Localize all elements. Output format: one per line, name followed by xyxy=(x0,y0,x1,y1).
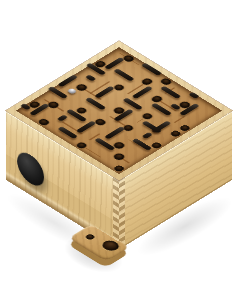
maze-wall xyxy=(160,86,181,99)
maze-wall xyxy=(104,126,125,139)
maze-wall xyxy=(104,57,125,70)
printed-path-line xyxy=(174,116,186,123)
maze-wall xyxy=(141,132,153,139)
maze-wall xyxy=(85,74,97,81)
tilt-knob-left[interactable] xyxy=(17,147,44,192)
maze-wall xyxy=(94,138,115,151)
maze-wall xyxy=(123,97,144,110)
ball-hole xyxy=(169,130,182,138)
exit-hole-small xyxy=(84,234,95,241)
maze-wall xyxy=(94,86,115,99)
product-photo-background xyxy=(0,0,247,296)
ball-hole xyxy=(112,164,125,172)
ball-hole xyxy=(37,118,50,126)
maze-wall xyxy=(113,68,134,81)
maze-wall xyxy=(85,97,106,110)
maze-wall xyxy=(57,115,69,122)
maze-wall xyxy=(141,63,162,76)
maze-wall xyxy=(57,74,78,87)
maze-wall xyxy=(188,92,200,99)
maze-wall xyxy=(76,121,97,134)
ball-hole xyxy=(178,124,191,132)
tilt-knob-right[interactable] xyxy=(188,148,215,193)
finger-joint xyxy=(119,176,125,249)
maze-wall xyxy=(48,86,69,99)
ball-hole xyxy=(159,78,172,86)
